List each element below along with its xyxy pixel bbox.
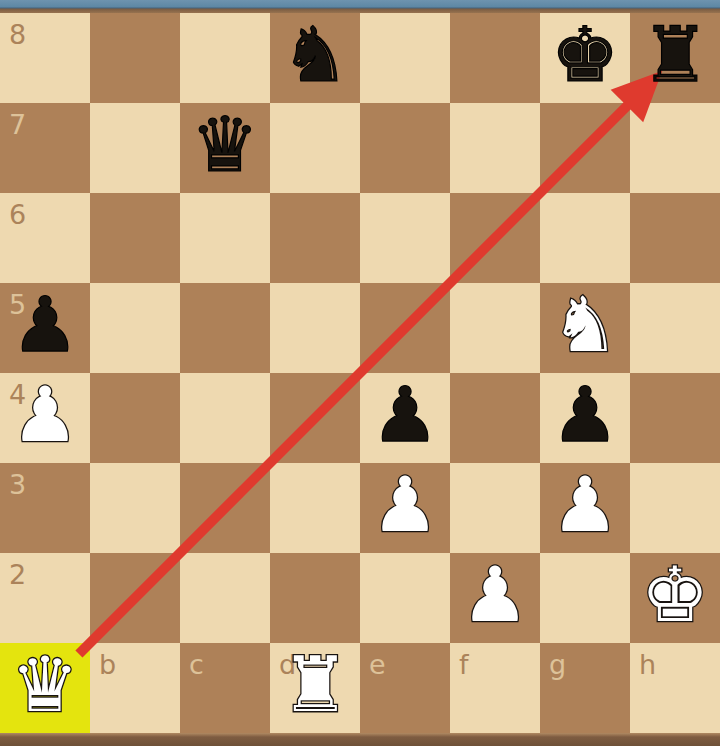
square-d2[interactable] <box>270 553 360 643</box>
square-f4[interactable] <box>450 373 540 463</box>
square-h6[interactable] <box>630 193 720 283</box>
bottom-bar <box>0 733 720 746</box>
square-e8[interactable] <box>360 13 450 103</box>
square-h3[interactable] <box>630 463 720 553</box>
square-g1[interactable]: g <box>540 643 630 733</box>
piece-white-rook-d1[interactable]: ♜ <box>270 640 360 730</box>
square-d7[interactable] <box>270 103 360 193</box>
square-b6[interactable] <box>90 193 180 283</box>
square-b1[interactable]: b <box>90 643 180 733</box>
chess-app-screen: 8765432bcdefgh ♞♚♜♛♟♞♟♟♟♟♟♟♚♛♜ <box>0 0 720 746</box>
file-label-f: f <box>459 651 469 678</box>
piece-black-queen-c7[interactable]: ♛ <box>180 100 270 190</box>
square-e7[interactable] <box>360 103 450 193</box>
square-f3[interactable] <box>450 463 540 553</box>
square-h5[interactable] <box>630 283 720 373</box>
square-b5[interactable] <box>90 283 180 373</box>
square-a6[interactable]: 6 <box>0 193 90 283</box>
piece-white-pawn-f2[interactable]: ♟ <box>450 550 540 640</box>
square-a7[interactable]: 7 <box>0 103 90 193</box>
piece-black-pawn-e4[interactable]: ♟ <box>360 370 450 460</box>
square-f7[interactable] <box>450 103 540 193</box>
rank-label-3: 3 <box>9 471 26 498</box>
rank-label-6: 6 <box>9 201 26 228</box>
square-b2[interactable] <box>90 553 180 643</box>
square-h4[interactable] <box>630 373 720 463</box>
piece-white-king-h2[interactable]: ♚ <box>630 550 720 640</box>
file-label-b: b <box>99 651 116 678</box>
square-b8[interactable] <box>90 13 180 103</box>
square-c6[interactable] <box>180 193 270 283</box>
square-c8[interactable] <box>180 13 270 103</box>
piece-black-knight-d8[interactable]: ♞ <box>270 10 360 100</box>
square-e5[interactable] <box>360 283 450 373</box>
file-label-e: e <box>369 651 386 678</box>
square-b4[interactable] <box>90 373 180 463</box>
square-c3[interactable] <box>180 463 270 553</box>
piece-black-pawn-g4[interactable]: ♟ <box>540 370 630 460</box>
piece-white-pawn-g3[interactable]: ♟ <box>540 460 630 550</box>
square-f1[interactable]: f <box>450 643 540 733</box>
square-a8[interactable]: 8 <box>0 13 90 103</box>
square-d3[interactable] <box>270 463 360 553</box>
square-f8[interactable] <box>450 13 540 103</box>
square-a3[interactable]: 3 <box>0 463 90 553</box>
square-c2[interactable] <box>180 553 270 643</box>
file-label-h: h <box>639 651 656 678</box>
square-f6[interactable] <box>450 193 540 283</box>
square-e6[interactable] <box>360 193 450 283</box>
rank-label-8: 8 <box>9 21 26 48</box>
square-a2[interactable]: 2 <box>0 553 90 643</box>
file-label-g: g <box>549 651 566 678</box>
square-b7[interactable] <box>90 103 180 193</box>
rank-label-2: 2 <box>9 561 26 588</box>
piece-white-knight-g5[interactable]: ♞ <box>540 280 630 370</box>
piece-black-rook-h8[interactable]: ♜ <box>630 10 720 100</box>
piece-white-pawn-a4[interactable]: ♟ <box>0 370 90 460</box>
piece-black-king-g8[interactable]: ♚ <box>540 10 630 100</box>
rank-label-7: 7 <box>9 111 26 138</box>
square-c4[interactable] <box>180 373 270 463</box>
square-g2[interactable] <box>540 553 630 643</box>
piece-white-queen-a1[interactable]: ♛ <box>0 640 90 730</box>
square-g7[interactable] <box>540 103 630 193</box>
square-c5[interactable] <box>180 283 270 373</box>
square-e1[interactable]: e <box>360 643 450 733</box>
square-h7[interactable] <box>630 103 720 193</box>
square-g6[interactable] <box>540 193 630 283</box>
piece-black-pawn-a5[interactable]: ♟ <box>0 280 90 370</box>
square-c1[interactable]: c <box>180 643 270 733</box>
piece-white-pawn-e3[interactable]: ♟ <box>360 460 450 550</box>
square-b3[interactable] <box>90 463 180 553</box>
square-d6[interactable] <box>270 193 360 283</box>
board-area: 8765432bcdefgh ♞♚♜♛♟♞♟♟♟♟♟♟♚♛♜ <box>0 13 720 733</box>
square-e2[interactable] <box>360 553 450 643</box>
square-h1[interactable]: h <box>630 643 720 733</box>
square-f5[interactable] <box>450 283 540 373</box>
file-label-c: c <box>189 651 204 678</box>
square-d5[interactable] <box>270 283 360 373</box>
square-d4[interactable] <box>270 373 360 463</box>
